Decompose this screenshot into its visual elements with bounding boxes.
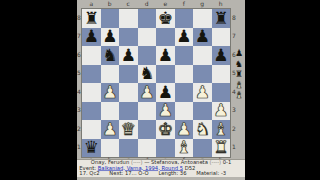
square-a5 — [82, 65, 101, 84]
rank-label-1: 1 — [232, 138, 236, 157]
black-pawn-g7: ♟ — [195, 28, 210, 45]
rank-label-8: 8 — [232, 8, 236, 27]
square-g2: ♞ — [193, 120, 212, 139]
square-g5 — [193, 65, 212, 84]
black-pawn-e4: ♟ — [158, 84, 173, 101]
captured-white-knight-icon: ♞ — [235, 59, 243, 70]
square-f2: ♟ — [175, 120, 194, 139]
square-f1: ♝ — [175, 139, 194, 158]
captured-black-bishop-icon: ♝ — [235, 80, 243, 91]
letterbox-right — [245, 0, 320, 180]
captured-white-pawn-icon: ♟ — [235, 48, 243, 59]
file-label-f: f — [175, 1, 194, 7]
next-move: Next: 17... O-O — [109, 170, 148, 176]
square-h6: ♟ — [212, 46, 231, 65]
square-a8: ♜ — [82, 9, 101, 28]
white-pawn-f2: ♟ — [176, 121, 191, 138]
square-g4: ♟ — [193, 83, 212, 102]
captured-black-bishop-icon: ♝ — [235, 90, 243, 101]
square-b3 — [101, 102, 120, 121]
square-h8: ♜ — [212, 9, 231, 28]
captured-white-rook-icon: ♜ — [235, 69, 243, 80]
black-rook-h8: ♜ — [213, 10, 228, 27]
square-g8 — [193, 9, 212, 28]
square-e6: ♟ — [156, 46, 175, 65]
status-line: 17. Qc2 Next: 17... O-O Length: 36 Mater… — [77, 171, 245, 177]
black-king-e8: ♚ — [158, 10, 173, 27]
square-d4: ♟ — [138, 83, 157, 102]
square-d2 — [138, 120, 157, 139]
black-pawn-h6: ♟ — [213, 47, 228, 64]
square-g3 — [193, 102, 212, 121]
square-c1 — [119, 139, 138, 158]
square-d7 — [138, 28, 157, 47]
black-pawn-b7: ♟ — [102, 28, 117, 45]
material-balance: Material: -3 — [196, 170, 226, 176]
white-knight-g2: ♞ — [195, 121, 210, 138]
file-label-b: b — [101, 1, 120, 7]
square-b2: ♟ — [101, 120, 120, 139]
square-e3: ♟ — [156, 102, 175, 121]
file-labels-top: abcdefgh — [82, 1, 230, 7]
square-e5 — [156, 65, 175, 84]
square-d1 — [138, 139, 157, 158]
file-label-h: h — [212, 1, 231, 7]
square-f7: ♟ — [175, 28, 194, 47]
black-rook-a8: ♜ — [84, 10, 99, 27]
square-a7: ♟ — [82, 28, 101, 47]
letterbox-left — [0, 0, 77, 180]
black-pawn-e6: ♟ — [158, 47, 173, 64]
white-pawn-d4: ♟ — [139, 84, 154, 101]
square-c5 — [119, 65, 138, 84]
square-a4 — [82, 83, 101, 102]
black-pawn-c6: ♟ — [121, 47, 136, 64]
square-e7 — [156, 28, 175, 47]
square-e1 — [156, 139, 175, 158]
black-queen-a1: ♛ — [84, 139, 99, 156]
square-a6 — [82, 46, 101, 65]
file-label-c: c — [119, 1, 138, 7]
square-b6: ♞ — [101, 46, 120, 65]
file-label-e: e — [156, 1, 175, 7]
square-c2: ♛ — [119, 120, 138, 139]
black-pawn-f7: ♟ — [176, 28, 191, 45]
white-king-e2: ♚ — [158, 121, 173, 138]
square-a3 — [82, 102, 101, 121]
white-pawn-h3: ♟ — [213, 102, 228, 119]
white-queen-c2: ♛ — [121, 121, 136, 138]
white-rook-h1: ♜ — [213, 139, 228, 156]
rank-label-3: 3 — [232, 101, 236, 120]
square-d5: ♞ — [138, 65, 157, 84]
square-f5 — [175, 65, 194, 84]
game-result: 0-1 — [223, 159, 232, 165]
square-b8 — [101, 9, 120, 28]
square-b7: ♟ — [101, 28, 120, 47]
square-a2 — [82, 120, 101, 139]
white-pawn-e3: ♟ — [158, 102, 173, 119]
square-d8 — [138, 9, 157, 28]
white-pawn-g4: ♟ — [195, 84, 210, 101]
square-b5 — [101, 65, 120, 84]
square-g7: ♟ — [193, 28, 212, 47]
square-c3 — [119, 102, 138, 121]
square-e4: ♟ — [156, 83, 175, 102]
square-f6 — [175, 46, 194, 65]
file-label-a: a — [82, 1, 101, 7]
square-h7 — [212, 28, 231, 47]
square-h1: ♜ — [212, 139, 231, 158]
square-b4: ♟ — [101, 83, 120, 102]
square-c7 — [119, 28, 138, 47]
current-move: 17. Qc2 — [79, 170, 99, 176]
square-d6 — [138, 46, 157, 65]
square-f8 — [175, 9, 194, 28]
square-e2: ♚ — [156, 120, 175, 139]
square-b1 — [101, 139, 120, 158]
square-a1: ♛ — [82, 139, 101, 158]
white-pawn-b2: ♟ — [102, 121, 117, 138]
square-h2: ♝ — [212, 120, 231, 139]
white-bishop-f1: ♝ — [176, 139, 191, 156]
square-h3: ♟ — [212, 102, 231, 121]
file-label-g: g — [193, 1, 212, 7]
white-pawn-b4: ♟ — [102, 84, 117, 101]
file-label-d: d — [138, 1, 157, 7]
black-pawn-a7: ♟ — [84, 28, 99, 45]
square-g1 — [193, 139, 212, 158]
game-panel: abcdefgh 87654321 ♜♚♜♟♟♟♟♞♟♟♟♞♟♟♟♟♟♟♟♛♚♟… — [77, 0, 245, 180]
black-player-rating: (----) — [210, 159, 222, 165]
rank-label-7: 7 — [232, 27, 236, 46]
game-length: Length: 36 — [158, 170, 186, 176]
square-c8 — [119, 9, 138, 28]
square-d3 — [138, 102, 157, 121]
square-e8: ♚ — [156, 9, 175, 28]
square-h4 — [212, 83, 231, 102]
square-g6 — [193, 46, 212, 65]
square-f4 — [175, 83, 194, 102]
square-c6: ♟ — [119, 46, 138, 65]
square-f3 — [175, 102, 194, 121]
black-knight-b6: ♞ — [102, 47, 117, 64]
white-bishop-h2: ♝ — [213, 121, 228, 138]
square-h5 — [212, 65, 231, 84]
black-knight-d5: ♞ — [139, 65, 154, 82]
rank-label-2: 2 — [232, 119, 236, 138]
board: ♜♚♜♟♟♟♟♞♟♟♟♞♟♟♟♟♟♟♟♛♚♟♞♝♛♝♜ — [81, 8, 231, 158]
footer: Onay, Ferudun (----) — Stefanova, Antoan… — [77, 159, 245, 177]
captured-tray: ♟♞♜♝♝ — [233, 48, 245, 101]
square-c4 — [119, 83, 138, 102]
